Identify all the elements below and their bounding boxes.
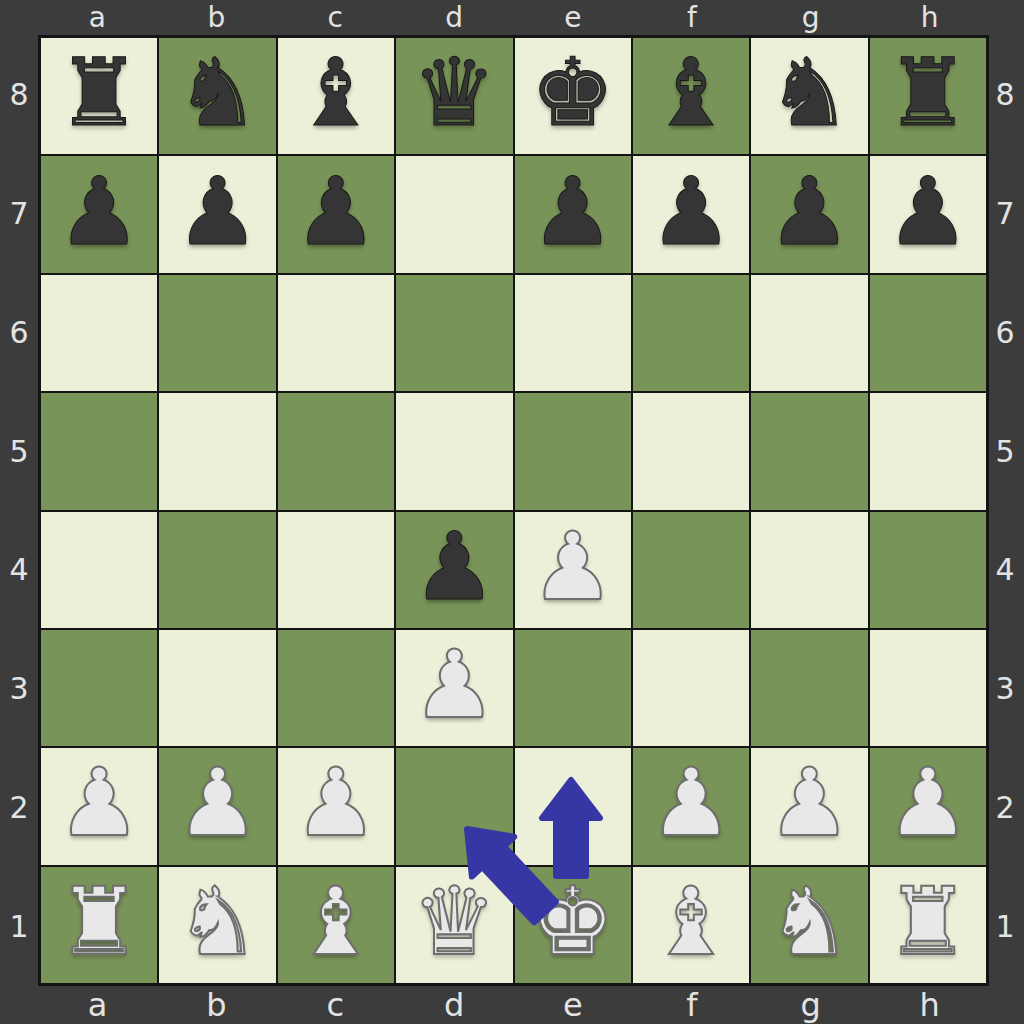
- square-b4[interactable]: [159, 512, 275, 628]
- square-g3[interactable]: [751, 630, 867, 746]
- square-f3[interactable]: [633, 630, 749, 746]
- white-pawn[interactable]: ♟: [767, 756, 851, 850]
- square-e2[interactable]: [515, 748, 631, 864]
- square-b1[interactable]: ♞: [159, 867, 275, 983]
- square-d1[interactable]: ♛: [396, 867, 512, 983]
- black-pawn[interactable]: ♟: [767, 165, 851, 259]
- square-f1[interactable]: ♝: [633, 867, 749, 983]
- black-pawn[interactable]: ♟: [649, 165, 733, 259]
- square-h5[interactable]: [870, 393, 986, 509]
- black-pawn[interactable]: ♟: [175, 165, 259, 259]
- square-e3[interactable]: [515, 630, 631, 746]
- file-label-d: d: [395, 986, 514, 1024]
- rank-label-1: 1: [0, 867, 38, 986]
- rank-labels-right: 87654321: [986, 35, 1024, 986]
- file-label-f: f: [632, 986, 751, 1024]
- square-b2[interactable]: ♟: [159, 748, 275, 864]
- file-label-g: g: [751, 986, 870, 1024]
- rank-label-4: 4: [0, 511, 38, 630]
- square-a6[interactable]: [41, 275, 157, 391]
- square-c4[interactable]: [278, 512, 394, 628]
- white-pawn[interactable]: ♟: [412, 638, 496, 732]
- rank-label-8: 8: [0, 35, 38, 154]
- white-pawn[interactable]: ♟: [531, 520, 615, 614]
- square-d5[interactable]: [396, 393, 512, 509]
- square-b6[interactable]: [159, 275, 275, 391]
- square-h3[interactable]: [870, 630, 986, 746]
- square-c8[interactable]: ♝: [278, 38, 394, 154]
- square-d3[interactable]: ♟: [396, 630, 512, 746]
- square-e8[interactable]: ♚: [515, 38, 631, 154]
- black-knight[interactable]: ♞: [767, 46, 851, 140]
- white-pawn[interactable]: ♟: [886, 756, 970, 850]
- white-bishop[interactable]: ♝: [294, 875, 378, 969]
- white-rook[interactable]: ♜: [57, 875, 141, 969]
- square-b7[interactable]: ♟: [159, 156, 275, 272]
- rank-label-7: 7: [986, 154, 1024, 273]
- rank-label-8: 8: [986, 35, 1024, 154]
- square-g1[interactable]: ♞: [751, 867, 867, 983]
- rank-label-3: 3: [0, 629, 38, 748]
- square-e4[interactable]: ♟: [515, 512, 631, 628]
- file-label-g: g: [751, 0, 870, 35]
- rank-label-2: 2: [986, 748, 1024, 867]
- square-a3[interactable]: [41, 630, 157, 746]
- square-f6[interactable]: [633, 275, 749, 391]
- white-pawn[interactable]: ♟: [649, 756, 733, 850]
- square-c6[interactable]: [278, 275, 394, 391]
- white-queen[interactable]: ♛: [412, 875, 496, 969]
- square-d4[interactable]: ♟: [396, 512, 512, 628]
- square-f5[interactable]: [633, 393, 749, 509]
- square-c5[interactable]: [278, 393, 394, 509]
- square-g7[interactable]: ♟: [751, 156, 867, 272]
- black-pawn[interactable]: ♟: [294, 165, 378, 259]
- file-label-a: a: [38, 0, 157, 35]
- square-g4[interactable]: [751, 512, 867, 628]
- square-d7[interactable]: [396, 156, 512, 272]
- square-b3[interactable]: [159, 630, 275, 746]
- rank-label-6: 6: [986, 273, 1024, 392]
- black-king[interactable]: ♚: [531, 46, 615, 140]
- white-king[interactable]: ♚: [531, 875, 615, 969]
- file-label-h: h: [870, 0, 989, 35]
- square-h6[interactable]: [870, 275, 986, 391]
- square-d6[interactable]: [396, 275, 512, 391]
- square-e1[interactable]: ♚: [515, 867, 631, 983]
- black-pawn[interactable]: ♟: [412, 520, 496, 614]
- file-labels-top: abcdefgh: [38, 0, 989, 35]
- file-label-b: b: [157, 986, 276, 1024]
- square-h4[interactable]: [870, 512, 986, 628]
- white-pawn[interactable]: ♟: [57, 756, 141, 850]
- square-a4[interactable]: [41, 512, 157, 628]
- file-label-e: e: [514, 0, 633, 35]
- rank-label-7: 7: [0, 154, 38, 273]
- square-e5[interactable]: [515, 393, 631, 509]
- square-b8[interactable]: ♞: [159, 38, 275, 154]
- file-label-e: e: [514, 986, 633, 1024]
- white-knight[interactable]: ♞: [767, 875, 851, 969]
- square-a1[interactable]: ♜: [41, 867, 157, 983]
- square-h1[interactable]: ♜: [870, 867, 986, 983]
- white-pawn[interactable]: ♟: [294, 756, 378, 850]
- black-queen[interactable]: ♛: [412, 46, 496, 140]
- square-f2[interactable]: ♟: [633, 748, 749, 864]
- square-c2[interactable]: ♟: [278, 748, 394, 864]
- square-b5[interactable]: [159, 393, 275, 509]
- file-label-h: h: [870, 986, 989, 1024]
- square-a8[interactable]: ♜: [41, 38, 157, 154]
- square-a5[interactable]: [41, 393, 157, 509]
- black-rook[interactable]: ♜: [886, 46, 970, 140]
- white-pawn[interactable]: ♟: [175, 756, 259, 850]
- black-pawn[interactable]: ♟: [886, 165, 970, 259]
- square-h7[interactable]: ♟: [870, 156, 986, 272]
- black-pawn[interactable]: ♟: [57, 165, 141, 259]
- square-g2[interactable]: ♟: [751, 748, 867, 864]
- square-e6[interactable]: [515, 275, 631, 391]
- black-bishop[interactable]: ♝: [649, 46, 733, 140]
- square-f4[interactable]: [633, 512, 749, 628]
- square-c1[interactable]: ♝: [278, 867, 394, 983]
- square-d8[interactable]: ♛: [396, 38, 512, 154]
- black-bishop[interactable]: ♝: [294, 46, 378, 140]
- file-label-c: c: [276, 0, 395, 35]
- square-a2[interactable]: ♟: [41, 748, 157, 864]
- chess-board[interactable]: ♜♞♝♛♚♝♞♜♟♟♟♟♟♟♟♟♟♟♟♟♟♟♟♟♜♞♝♛♚♝♞♜: [38, 35, 989, 986]
- file-label-a: a: [38, 986, 157, 1024]
- white-bishop[interactable]: ♝: [649, 875, 733, 969]
- square-d2[interactable]: [396, 748, 512, 864]
- chess-board-frame: abcdefgh abcdefgh 87654321 87654321 ♜♞♝♛…: [0, 0, 1024, 1024]
- black-rook[interactable]: ♜: [57, 46, 141, 140]
- rank-label-2: 2: [0, 748, 38, 867]
- rank-label-1: 1: [986, 867, 1024, 986]
- file-label-d: d: [395, 0, 514, 35]
- rank-label-5: 5: [986, 392, 1024, 511]
- rank-label-3: 3: [986, 629, 1024, 748]
- black-pawn[interactable]: ♟: [531, 165, 615, 259]
- square-a7[interactable]: ♟: [41, 156, 157, 272]
- rank-label-4: 4: [986, 511, 1024, 630]
- square-g5[interactable]: [751, 393, 867, 509]
- file-labels-bottom: abcdefgh: [38, 986, 989, 1024]
- square-h2[interactable]: ♟: [870, 748, 986, 864]
- file-label-c: c: [276, 986, 395, 1024]
- square-h8[interactable]: ♜: [870, 38, 986, 154]
- square-e7[interactable]: ♟: [515, 156, 631, 272]
- square-f8[interactable]: ♝: [633, 38, 749, 154]
- rank-label-5: 5: [0, 392, 38, 511]
- square-f7[interactable]: ♟: [633, 156, 749, 272]
- square-g8[interactable]: ♞: [751, 38, 867, 154]
- white-rook[interactable]: ♜: [886, 875, 970, 969]
- square-g6[interactable]: [751, 275, 867, 391]
- white-knight[interactable]: ♞: [175, 875, 259, 969]
- rank-label-6: 6: [0, 273, 38, 392]
- file-label-b: b: [157, 0, 276, 35]
- rank-labels-left: 87654321: [0, 35, 38, 986]
- file-label-f: f: [632, 0, 751, 35]
- square-c3[interactable]: [278, 630, 394, 746]
- black-knight[interactable]: ♞: [175, 46, 259, 140]
- square-c7[interactable]: ♟: [278, 156, 394, 272]
